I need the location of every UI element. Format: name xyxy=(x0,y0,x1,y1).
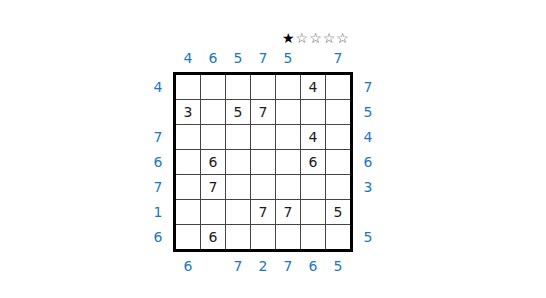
top-clue-7: 7 xyxy=(326,48,350,68)
bottom-clue-1: 6 xyxy=(176,256,200,276)
cell-r4c7[interactable] xyxy=(326,150,350,174)
left-clues: 476716 xyxy=(147,72,169,252)
right-clue-7: 5 xyxy=(357,225,379,249)
cell-r7c3[interactable] xyxy=(226,225,250,249)
star-empty-icon: ☆ xyxy=(309,30,323,46)
cell-r2c7[interactable] xyxy=(326,100,350,124)
left-clue-2 xyxy=(147,100,169,124)
top-clue-6 xyxy=(301,48,325,68)
cell-r3c1[interactable] xyxy=(176,125,200,149)
bottom-clue-7: 5 xyxy=(326,256,350,276)
left-clue-5: 7 xyxy=(147,175,169,199)
skyscrapers-board: 435746677756 xyxy=(173,72,353,252)
bottom-clue-3: 7 xyxy=(226,256,250,276)
cell-r7c6[interactable] xyxy=(301,225,325,249)
left-clue-6: 1 xyxy=(147,200,169,224)
cell-r3c6[interactable]: 4 xyxy=(301,125,325,149)
cell-r4c6[interactable]: 6 xyxy=(301,150,325,174)
cell-r7c7[interactable] xyxy=(326,225,350,249)
cell-r5c7[interactable] xyxy=(326,175,350,199)
cell-r5c6[interactable] xyxy=(301,175,325,199)
difficulty-rating: ★☆☆☆☆ xyxy=(282,30,350,46)
top-clue-5: 5 xyxy=(276,48,300,68)
right-clue-6 xyxy=(357,200,379,224)
bottom-clue-5: 7 xyxy=(276,256,300,276)
left-clue-7: 6 xyxy=(147,225,169,249)
cell-r2c4[interactable]: 7 xyxy=(251,100,275,124)
cell-r4c5[interactable] xyxy=(276,150,300,174)
cell-r6c1[interactable] xyxy=(176,200,200,224)
cell-r3c5[interactable] xyxy=(276,125,300,149)
right-clue-4: 6 xyxy=(357,150,379,174)
right-clue-5: 3 xyxy=(357,175,379,199)
cell-r2c5[interactable] xyxy=(276,100,300,124)
top-clue-4: 7 xyxy=(251,48,275,68)
cell-r6c7[interactable]: 5 xyxy=(326,200,350,224)
cell-r5c1[interactable] xyxy=(176,175,200,199)
cell-r5c5[interactable] xyxy=(276,175,300,199)
cell-r6c5[interactable]: 7 xyxy=(276,200,300,224)
cell-r5c2[interactable]: 7 xyxy=(201,175,225,199)
cell-r4c2[interactable]: 6 xyxy=(201,150,225,174)
star-empty-icon: ☆ xyxy=(296,30,310,46)
cell-r3c7[interactable] xyxy=(326,125,350,149)
bottom-clue-4: 2 xyxy=(251,256,275,276)
cell-r1c1[interactable] xyxy=(176,75,200,99)
cell-r5c3[interactable] xyxy=(226,175,250,199)
cell-r6c6[interactable] xyxy=(301,200,325,224)
cell-r3c2[interactable] xyxy=(201,125,225,149)
cell-r2c1[interactable]: 3 xyxy=(176,100,200,124)
right-clue-2: 5 xyxy=(357,100,379,124)
top-clue-1: 4 xyxy=(176,48,200,68)
star-filled-icon: ★ xyxy=(282,30,296,46)
cell-r7c5[interactable] xyxy=(276,225,300,249)
cell-r1c6[interactable]: 4 xyxy=(301,75,325,99)
right-clues: 754635 xyxy=(357,72,379,252)
cell-r4c4[interactable] xyxy=(251,150,275,174)
cell-r5c4[interactable] xyxy=(251,175,275,199)
cell-r1c7[interactable] xyxy=(326,75,350,99)
cell-r7c4[interactable] xyxy=(251,225,275,249)
cell-r4c3[interactable] xyxy=(226,150,250,174)
cell-r1c3[interactable] xyxy=(226,75,250,99)
cell-r7c1[interactable] xyxy=(176,225,200,249)
right-clue-3: 4 xyxy=(357,125,379,149)
star-empty-icon: ☆ xyxy=(336,30,350,46)
cell-r4c1[interactable] xyxy=(176,150,200,174)
left-clue-3: 7 xyxy=(147,125,169,149)
cell-r3c4[interactable] xyxy=(251,125,275,149)
bottom-clues: 672765 xyxy=(173,256,353,276)
cell-r1c4[interactable] xyxy=(251,75,275,99)
cell-r1c5[interactable] xyxy=(276,75,300,99)
star-empty-icon: ☆ xyxy=(323,30,337,46)
cell-r6c3[interactable] xyxy=(226,200,250,224)
cell-r1c2[interactable] xyxy=(201,75,225,99)
cell-r2c6[interactable] xyxy=(301,100,325,124)
left-clue-1: 4 xyxy=(147,75,169,99)
bottom-clue-6: 6 xyxy=(301,256,325,276)
skyscrapers-puzzle-page: ★☆☆☆☆ 465757 476716 435746677756 754635 … xyxy=(0,0,546,298)
cell-r2c3[interactable]: 5 xyxy=(226,100,250,124)
cell-r6c2[interactable] xyxy=(201,200,225,224)
top-clue-2: 6 xyxy=(201,48,225,68)
cell-r6c4[interactable]: 7 xyxy=(251,200,275,224)
cell-r3c3[interactable] xyxy=(226,125,250,149)
top-clue-3: 5 xyxy=(226,48,250,68)
top-clues: 465757 xyxy=(173,48,353,68)
cell-r2c2[interactable] xyxy=(201,100,225,124)
cell-r7c2[interactable]: 6 xyxy=(201,225,225,249)
right-clue-1: 7 xyxy=(357,75,379,99)
bottom-clue-2 xyxy=(201,256,225,276)
left-clue-4: 6 xyxy=(147,150,169,174)
